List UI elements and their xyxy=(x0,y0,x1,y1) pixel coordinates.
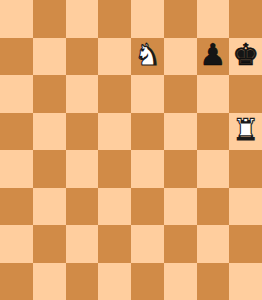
square-g4[interactable] xyxy=(197,150,230,188)
square-f8[interactable] xyxy=(164,0,197,38)
square-c6[interactable] xyxy=(66,75,99,113)
square-f3[interactable] xyxy=(164,188,197,226)
square-h7[interactable]: ♚ xyxy=(229,38,262,76)
square-d1[interactable] xyxy=(98,263,131,300)
square-b8[interactable] xyxy=(33,0,66,38)
square-e7[interactable]: ♞ xyxy=(131,38,164,76)
chess-board: ♞♟♚♜ xyxy=(0,0,262,300)
piece-white-knight-e7[interactable]: ♞ xyxy=(134,40,161,70)
square-d5[interactable] xyxy=(98,113,131,151)
square-f6[interactable] xyxy=(164,75,197,113)
square-b4[interactable] xyxy=(33,150,66,188)
square-h8[interactable] xyxy=(229,0,262,38)
square-h5[interactable]: ♜ xyxy=(229,113,262,151)
square-a6[interactable] xyxy=(0,75,33,113)
square-e6[interactable] xyxy=(131,75,164,113)
square-d6[interactable] xyxy=(98,75,131,113)
square-g6[interactable] xyxy=(197,75,230,113)
square-e8[interactable] xyxy=(131,0,164,38)
square-a7[interactable] xyxy=(0,38,33,76)
square-g5[interactable] xyxy=(197,113,230,151)
square-b2[interactable] xyxy=(33,225,66,263)
square-h2[interactable] xyxy=(229,225,262,263)
square-b5[interactable] xyxy=(33,113,66,151)
square-c1[interactable] xyxy=(66,263,99,300)
square-e2[interactable] xyxy=(131,225,164,263)
square-c2[interactable] xyxy=(66,225,99,263)
square-a5[interactable] xyxy=(0,113,33,151)
square-h6[interactable] xyxy=(229,75,262,113)
square-a3[interactable] xyxy=(0,188,33,226)
square-f2[interactable] xyxy=(164,225,197,263)
square-f4[interactable] xyxy=(164,150,197,188)
square-d8[interactable] xyxy=(98,0,131,38)
piece-black-pawn-g7[interactable]: ♟ xyxy=(199,40,226,70)
square-c4[interactable] xyxy=(66,150,99,188)
square-c5[interactable] xyxy=(66,113,99,151)
square-e4[interactable] xyxy=(131,150,164,188)
square-a1[interactable] xyxy=(0,263,33,300)
square-h4[interactable] xyxy=(229,150,262,188)
square-g8[interactable] xyxy=(197,0,230,38)
square-g2[interactable] xyxy=(197,225,230,263)
square-g1[interactable] xyxy=(197,263,230,300)
square-b7[interactable] xyxy=(33,38,66,76)
square-a8[interactable] xyxy=(0,0,33,38)
square-a2[interactable] xyxy=(0,225,33,263)
square-h3[interactable] xyxy=(229,188,262,226)
square-d3[interactable] xyxy=(98,188,131,226)
square-e3[interactable] xyxy=(131,188,164,226)
square-c8[interactable] xyxy=(66,0,99,38)
square-d7[interactable] xyxy=(98,38,131,76)
square-h1[interactable] xyxy=(229,263,262,300)
square-b3[interactable] xyxy=(33,188,66,226)
square-f5[interactable] xyxy=(164,113,197,151)
piece-black-king-h7[interactable]: ♚ xyxy=(232,40,259,70)
square-g3[interactable] xyxy=(197,188,230,226)
square-e5[interactable] xyxy=(131,113,164,151)
square-a4[interactable] xyxy=(0,150,33,188)
square-b1[interactable] xyxy=(33,263,66,300)
square-d2[interactable] xyxy=(98,225,131,263)
square-e1[interactable] xyxy=(131,263,164,300)
square-d4[interactable] xyxy=(98,150,131,188)
square-c7[interactable] xyxy=(66,38,99,76)
piece-white-rook-h5[interactable]: ♜ xyxy=(232,115,259,145)
square-g7[interactable]: ♟ xyxy=(197,38,230,76)
square-c3[interactable] xyxy=(66,188,99,226)
square-b6[interactable] xyxy=(33,75,66,113)
square-f1[interactable] xyxy=(164,263,197,300)
square-f7[interactable] xyxy=(164,38,197,76)
